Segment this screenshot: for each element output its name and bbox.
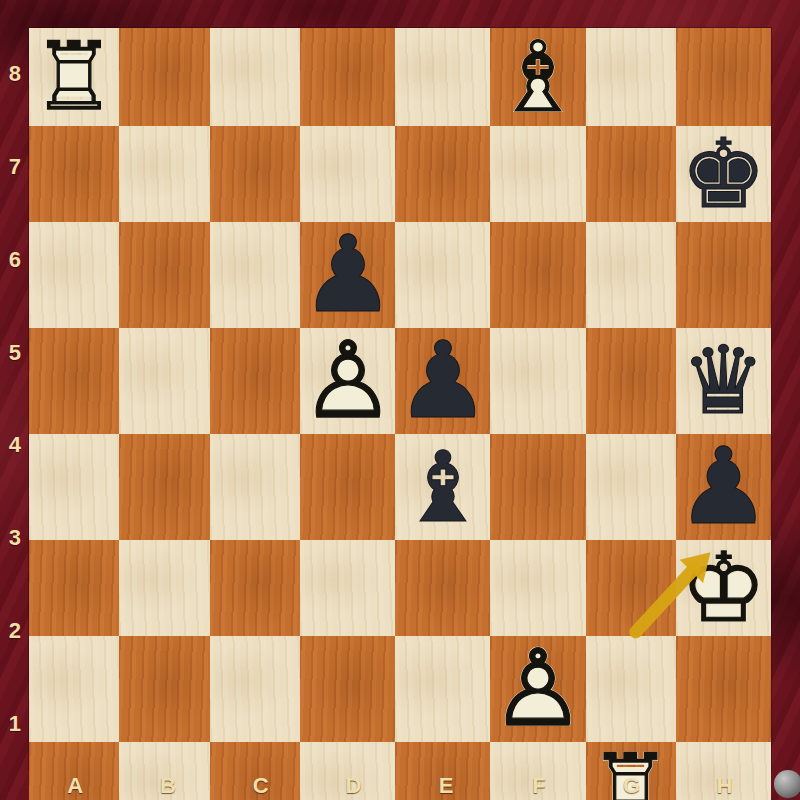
square-d8[interactable] <box>300 28 395 126</box>
square-d4[interactable] <box>300 434 395 540</box>
gray-sphere-decoration <box>774 770 800 798</box>
rank-label-1: 1 <box>9 711 22 737</box>
file-label-h: H <box>716 773 732 799</box>
file-label-e: E <box>439 773 454 799</box>
square-c6[interactable] <box>210 222 300 328</box>
square-g2[interactable] <box>586 636 676 742</box>
chess-board: ♜♖♝♗♚♟♟♙♟♛♝♟♚♔♟♙♜♖ <box>29 28 771 770</box>
square-c3[interactable] <box>210 540 300 636</box>
square-h7[interactable]: ♚ <box>676 126 771 222</box>
square-g3[interactable] <box>586 540 676 636</box>
rank-label-6: 6 <box>9 247 22 273</box>
square-f8[interactable]: ♝♗ <box>490 28 585 126</box>
square-a7[interactable] <box>29 126 119 222</box>
square-d7[interactable] <box>300 126 395 222</box>
black-pawn-glyph: ♟ <box>300 222 395 328</box>
square-h6[interactable] <box>676 222 771 328</box>
square-g8[interactable] <box>586 28 676 126</box>
square-b8[interactable] <box>119 28 209 126</box>
white-pawn-outline: ♙ <box>490 636 585 742</box>
rank-label-7: 7 <box>9 154 22 180</box>
white-rook-outline: ♖ <box>32 30 116 124</box>
square-c2[interactable] <box>210 636 300 742</box>
square-g4[interactable] <box>586 434 676 540</box>
square-b2[interactable] <box>119 636 209 742</box>
square-f3[interactable] <box>490 540 585 636</box>
file-label-c: C <box>253 773 269 799</box>
black-pawn-glyph: ♟ <box>676 434 771 540</box>
piece-white-king-h3[interactable]: ♚♔ <box>680 540 766 636</box>
piece-white-pawn-f2[interactable]: ♟♙ <box>490 636 585 742</box>
piece-white-bishop-f8[interactable]: ♝♗ <box>494 28 582 126</box>
piece-black-king-h7[interactable]: ♚ <box>680 126 766 222</box>
black-pawn-glyph: ♟ <box>395 328 490 434</box>
square-a5[interactable] <box>29 328 119 434</box>
piece-black-pawn-h4[interactable]: ♟ <box>676 434 771 540</box>
piece-black-pawn-d6[interactable]: ♟ <box>300 222 395 328</box>
rank-label-2: 2 <box>9 618 22 644</box>
square-a8[interactable]: ♜♖ <box>29 28 119 126</box>
piece-white-rook-a8[interactable]: ♜♖ <box>32 30 116 124</box>
file-label-g: G <box>623 773 641 799</box>
square-a3[interactable] <box>29 540 119 636</box>
square-d5[interactable]: ♟♙ <box>300 328 395 434</box>
square-b7[interactable] <box>119 126 209 222</box>
square-e4[interactable]: ♝ <box>395 434 490 540</box>
square-f5[interactable] <box>490 328 585 434</box>
square-c5[interactable] <box>210 328 300 434</box>
square-d2[interactable] <box>300 636 395 742</box>
square-e3[interactable] <box>395 540 490 636</box>
piece-black-bishop-e4[interactable]: ♝ <box>399 438 487 536</box>
chess-app-window: { "game": "chess", "position": { "fen": … <box>0 0 800 800</box>
file-label-d: D <box>345 773 361 799</box>
white-bishop-outline: ♗ <box>494 28 582 126</box>
square-d6[interactable]: ♟ <box>300 222 395 328</box>
square-b6[interactable] <box>119 222 209 328</box>
square-c4[interactable] <box>210 434 300 540</box>
square-e8[interactable] <box>395 28 490 126</box>
square-b4[interactable] <box>119 434 209 540</box>
piece-black-queen-h5[interactable]: ♛ <box>681 334 765 428</box>
square-h2[interactable] <box>676 636 771 742</box>
file-label-b: B <box>160 773 176 799</box>
square-f4[interactable] <box>490 434 585 540</box>
rank-label-5: 5 <box>9 340 22 366</box>
square-e7[interactable] <box>395 126 490 222</box>
square-e2[interactable] <box>395 636 490 742</box>
white-pawn-outline: ♙ <box>300 328 395 434</box>
file-label-a: A <box>67 773 83 799</box>
square-b5[interactable] <box>119 328 209 434</box>
square-c8[interactable] <box>210 28 300 126</box>
black-queen-glyph: ♛ <box>681 334 765 428</box>
piece-black-pawn-e5[interactable]: ♟ <box>395 328 490 434</box>
square-e6[interactable] <box>395 222 490 328</box>
square-f2[interactable]: ♟♙ <box>490 636 585 742</box>
square-h3[interactable]: ♚♔ <box>676 540 771 636</box>
black-king-glyph: ♚ <box>680 126 766 222</box>
square-a2[interactable] <box>29 636 119 742</box>
square-e5[interactable]: ♟ <box>395 328 490 434</box>
black-bishop-glyph: ♝ <box>399 438 487 536</box>
square-f6[interactable] <box>490 222 585 328</box>
square-a4[interactable] <box>29 434 119 540</box>
square-g6[interactable] <box>586 222 676 328</box>
square-c7[interactable] <box>210 126 300 222</box>
square-d3[interactable] <box>300 540 395 636</box>
square-f7[interactable] <box>490 126 585 222</box>
square-h8[interactable] <box>676 28 771 126</box>
square-g5[interactable] <box>586 328 676 434</box>
rank-label-3: 3 <box>9 525 22 551</box>
piece-white-pawn-d5[interactable]: ♟♙ <box>300 328 395 434</box>
square-a6[interactable] <box>29 222 119 328</box>
square-h4[interactable]: ♟ <box>676 434 771 540</box>
rank-label-8: 8 <box>9 61 22 87</box>
square-h5[interactable]: ♛ <box>676 328 771 434</box>
rank-label-4: 4 <box>9 432 22 458</box>
file-label-f: F <box>532 773 546 799</box>
square-b3[interactable] <box>119 540 209 636</box>
white-king-outline: ♔ <box>680 540 766 636</box>
square-g7[interactable] <box>586 126 676 222</box>
